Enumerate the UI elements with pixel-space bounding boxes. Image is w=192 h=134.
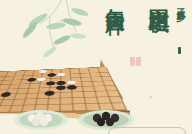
black-stone: ●	[0, 91, 12, 97]
white-stone-bowl	[14, 110, 68, 130]
white-stone: ●	[56, 72, 66, 76]
board-surface: ●●●●●●●●●●●●	[0, 67, 127, 114]
black-stone: ●	[44, 90, 56, 96]
seal-mark	[130, 57, 141, 66]
tagline-text: 了解多少	[174, 1, 187, 7]
cta-button-outline[interactable]	[108, 127, 186, 134]
black-stone: ●	[66, 84, 77, 89]
board-grid: ●●●●●●●●●●●●	[0, 67, 126, 113]
black-stone: ●	[47, 73, 57, 77]
black-stone: ●	[55, 85, 66, 90]
tagline-dash-mark	[178, 47, 181, 54]
title-column-secondary: 年大国粹	[102, 0, 128, 3]
black-stone: ●	[45, 81, 56, 86]
